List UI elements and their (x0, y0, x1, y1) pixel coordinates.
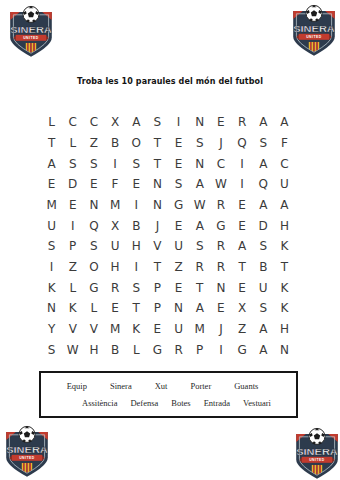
grid-cell[interactable]: S (147, 112, 168, 133)
grid-cell[interactable]: V (147, 236, 168, 257)
grid-cell[interactable]: Y (41, 319, 62, 340)
crest-bottom-left: SINERA UNITED (3, 423, 51, 480)
word-bank-item: Entrada (204, 398, 230, 408)
grid-cell[interactable]: U (104, 236, 125, 257)
grid-cell[interactable]: I (62, 215, 83, 236)
grid-cell[interactable]: J (147, 215, 168, 236)
crest-banner: UNITED (296, 34, 331, 40)
grid-cell[interactable]: S (253, 236, 274, 257)
crest-banner: UNITED (13, 35, 48, 41)
grid-cell[interactable]: H (126, 236, 147, 257)
crest-banner: UNITED (299, 457, 334, 463)
grid-cell[interactable]: E (210, 298, 231, 319)
banner-text: UNITED (19, 456, 35, 460)
grid-cell[interactable]: B (104, 339, 125, 360)
word-bank-item: Guants (234, 381, 258, 391)
word-bank-row-2: AssitènciaDefensaBotesEntradaVestuari (41, 398, 296, 408)
grid-cell[interactable]: O (126, 133, 147, 154)
grid-cell[interactable]: I (168, 112, 189, 133)
crest-top-left: SINERA UNITED (7, 3, 55, 61)
grid-cell[interactable]: Z (62, 257, 83, 278)
grid-cell[interactable]: X (231, 298, 252, 319)
team-name: SINERA (293, 23, 335, 34)
crest-top-right: SINERA UNITED (290, 2, 338, 60)
grid-cell[interactable]: S (41, 236, 62, 257)
grid-cell[interactable]: A (41, 153, 62, 174)
grid-cell[interactable]: R (168, 339, 189, 360)
grid-cell[interactable]: E (83, 174, 104, 195)
grid-cell[interactable]: G (210, 215, 231, 236)
grid-cell[interactable]: D (62, 174, 83, 195)
grid-cell[interactable]: N (189, 112, 210, 133)
grid-cell[interactable]: F (104, 174, 125, 195)
grid-cell[interactable]: N (147, 195, 168, 216)
grid-cell[interactable]: G (83, 277, 104, 298)
grid-cell[interactable]: M (41, 195, 62, 216)
grid-cell[interactable]: H (274, 319, 295, 340)
grid-cell[interactable]: P (147, 277, 168, 298)
grid-cell[interactable]: W (210, 174, 231, 195)
grid-cell[interactable]: R (210, 195, 231, 216)
grid-cell[interactable]: L (62, 277, 83, 298)
grid-cell[interactable]: K (274, 298, 295, 319)
soccer-ball-icon (306, 5, 322, 21)
grid-cell[interactable]: T (41, 133, 62, 154)
grid-cell[interactable]: V (83, 319, 104, 340)
grid-cell[interactable]: S (126, 277, 147, 298)
grid-cell[interactable]: E (231, 277, 252, 298)
grid-cell[interactable]: E (210, 112, 231, 133)
grid-cell[interactable]: T (274, 257, 295, 278)
soccer-ball-icon (23, 6, 39, 22)
grid-cell[interactable]: A (253, 195, 274, 216)
word-bank-item: Equip (67, 381, 87, 391)
grid-cell[interactable]: A (231, 236, 252, 257)
grid-cell[interactable]: K (62, 298, 83, 319)
banner-text: UNITED (306, 35, 322, 39)
grid-cell[interactable]: S (126, 153, 147, 174)
grid-cell[interactable]: L (62, 133, 83, 154)
grid-cell[interactable]: S (83, 236, 104, 257)
grid-cell[interactable]: S (189, 236, 210, 257)
grid-cell[interactable]: R (231, 112, 252, 133)
grid-cell[interactable]: S (83, 153, 104, 174)
grid-cell[interactable]: G (168, 195, 189, 216)
grid-cell[interactable]: A (253, 339, 274, 360)
grid-cell[interactable]: L (126, 339, 147, 360)
grid-cell[interactable]: D (253, 215, 274, 236)
word-bank-item: Porter (190, 381, 211, 391)
grid-cell[interactable]: T (231, 257, 252, 278)
grid-cell[interactable]: H (274, 215, 295, 236)
grid-cell[interactable]: K (126, 319, 147, 340)
grid-cell[interactable]: O (83, 257, 104, 278)
word-bank-item: Botes (171, 398, 190, 408)
grid-cell[interactable]: A (189, 174, 210, 195)
grid-cell[interactable]: L (83, 298, 104, 319)
grid-cell[interactable]: C (210, 153, 231, 174)
word-bank: EquipSineraXutPorterGuants AssitènciaDef… (39, 371, 298, 418)
grid-cell[interactable]: N (274, 339, 295, 360)
grid-cell[interactable]: W (189, 195, 210, 216)
page-title: Troba les 10 paraules del món del futbol (0, 77, 340, 86)
grid-cell[interactable]: E (168, 215, 189, 236)
grid-cell[interactable]: E (41, 174, 62, 195)
grid-cell[interactable]: A (189, 298, 210, 319)
grid-cell[interactable]: K (274, 277, 295, 298)
grid-cell[interactable]: C (274, 153, 295, 174)
grid-cell[interactable]: E (147, 319, 168, 340)
sinera-united-crest-icon: SINERA UNITED (3, 423, 51, 480)
grid-cell[interactable]: A (253, 112, 274, 133)
grid-cell[interactable]: P (147, 298, 168, 319)
grid-cell[interactable]: S (189, 133, 210, 154)
grid-cell[interactable]: A (274, 195, 295, 216)
sinera-united-crest-icon: SINERA UNITED (7, 3, 55, 61)
grid-cell[interactable]: E (168, 153, 189, 174)
grid-cell[interactable]: R (210, 236, 231, 257)
grid-cell[interactable]: J (210, 319, 231, 340)
grid-cell[interactable]: P (189, 339, 210, 360)
sinera-united-crest-icon: SINERA UNITED (293, 425, 340, 480)
grid-cell[interactable]: I (41, 257, 62, 278)
grid-cell[interactable]: G (147, 339, 168, 360)
grid-cell[interactable]: Q (253, 174, 274, 195)
word-bank-item: Assitència (82, 398, 117, 408)
grid-cell[interactable]: R (104, 277, 125, 298)
grid-cell[interactable]: P (62, 236, 83, 257)
grid-cell[interactable]: W (62, 339, 83, 360)
grid-cell[interactable]: H (104, 257, 125, 278)
grid-cell[interactable]: N (189, 153, 210, 174)
grid-cell[interactable]: S (41, 339, 62, 360)
team-name: SINERA (10, 24, 52, 35)
grid-cell[interactable]: U (274, 174, 295, 195)
soccer-ball-icon (19, 426, 35, 442)
banner-text: UNITED (23, 36, 39, 40)
grid-cell[interactable]: N (210, 277, 231, 298)
crest-bottom-right: SINERA UNITED (293, 425, 340, 480)
worksheet-page: { "game": "word-search", "title": "Troba… (0, 0, 340, 480)
crest-banner: UNITED (9, 455, 44, 461)
grid-cell[interactable]: I (104, 153, 125, 174)
grid-cell[interactable]: G (231, 339, 252, 360)
grid-cell[interactable]: F (274, 133, 295, 154)
grid-cell[interactable]: V (62, 319, 83, 340)
grid-cell[interactable]: E (104, 298, 125, 319)
grid-cell[interactable]: E (168, 277, 189, 298)
grid-cell[interactable]: S (253, 298, 274, 319)
grid-cell[interactable]: E (231, 195, 252, 216)
grid-cell[interactable]: B (253, 257, 274, 278)
word-bank-row-1: EquipSineraXutPorterGuants (41, 381, 296, 391)
grid-cell[interactable]: Z (231, 319, 252, 340)
grid-cell[interactable]: T (147, 133, 168, 154)
grid-cell[interactable]: U (41, 215, 62, 236)
grid-cell[interactable]: U (168, 319, 189, 340)
grid-cell[interactable]: C (62, 112, 83, 133)
word-bank-item: Vestuari (243, 398, 271, 408)
grid-cell[interactable]: I (231, 174, 252, 195)
grid-cell[interactable]: I (231, 153, 252, 174)
soccer-ball-icon (309, 428, 325, 444)
grid-cell[interactable]: U (253, 277, 274, 298)
grid-cell[interactable]: S (253, 133, 274, 154)
grid-cell[interactable]: A (274, 112, 295, 133)
word-bank-item: Sinera (110, 381, 132, 391)
grid-cell[interactable]: N (147, 174, 168, 195)
banner-text: UNITED (309, 458, 325, 462)
grid-cell[interactable]: X (104, 112, 125, 133)
grid-cell[interactable]: N (41, 298, 62, 319)
word-bank-item: Defensa (130, 398, 158, 408)
grid-cell[interactable]: I (210, 339, 231, 360)
grid-cell[interactable]: U (168, 236, 189, 257)
grid-cell[interactable]: M (104, 319, 125, 340)
grid-cell[interactable]: T (126, 298, 147, 319)
grid-cell[interactable]: M (104, 195, 125, 216)
word-grid: LCCXASINERAATLZBOTESJQSFASSISTENCIACEDEF… (41, 112, 295, 360)
grid-cell[interactable]: H (83, 339, 104, 360)
team-name: SINERA (296, 446, 338, 457)
grid-cell[interactable]: E (62, 195, 83, 216)
grid-cell[interactable]: N (83, 195, 104, 216)
grid-cell[interactable]: K (41, 277, 62, 298)
grid-cell[interactable]: A (253, 153, 274, 174)
grid-cell[interactable]: K (274, 236, 295, 257)
grid-cell[interactable]: N (168, 298, 189, 319)
team-name: SINERA (6, 444, 48, 455)
sinera-united-crest-icon: SINERA UNITED (290, 2, 338, 60)
grid-cell[interactable]: T (147, 153, 168, 174)
grid-cell[interactable]: A (189, 215, 210, 236)
grid-cell[interactable]: B (126, 215, 147, 236)
grid-cell[interactable]: R (210, 257, 231, 278)
grid-cell[interactable]: T (147, 257, 168, 278)
grid-cell[interactable]: I (126, 195, 147, 216)
grid-cell[interactable]: Z (168, 257, 189, 278)
grid-cell[interactable]: M (189, 319, 210, 340)
grid-cell[interactable]: R (189, 257, 210, 278)
grid-cell[interactable]: E (231, 215, 252, 236)
grid-cell[interactable]: A (253, 319, 274, 340)
grid-cell[interactable]: J (210, 133, 231, 154)
grid-cell[interactable]: S (168, 174, 189, 195)
grid-cell[interactable]: E (168, 133, 189, 154)
grid-cell[interactable]: Q (83, 215, 104, 236)
grid-cell[interactable]: Z (83, 133, 104, 154)
grid-cell[interactable]: I (126, 257, 147, 278)
grid-cell[interactable]: X (104, 215, 125, 236)
grid-cell[interactable]: T (189, 277, 210, 298)
grid-cell[interactable]: L (41, 112, 62, 133)
grid-cell[interactable]: E (126, 174, 147, 195)
grid-cell[interactable]: B (104, 133, 125, 154)
grid-cell[interactable]: S (62, 153, 83, 174)
word-bank-item: Xut (155, 381, 168, 391)
grid-cell[interactable]: Q (231, 133, 252, 154)
grid-cell[interactable]: C (83, 112, 104, 133)
grid-cell[interactable]: A (126, 112, 147, 133)
